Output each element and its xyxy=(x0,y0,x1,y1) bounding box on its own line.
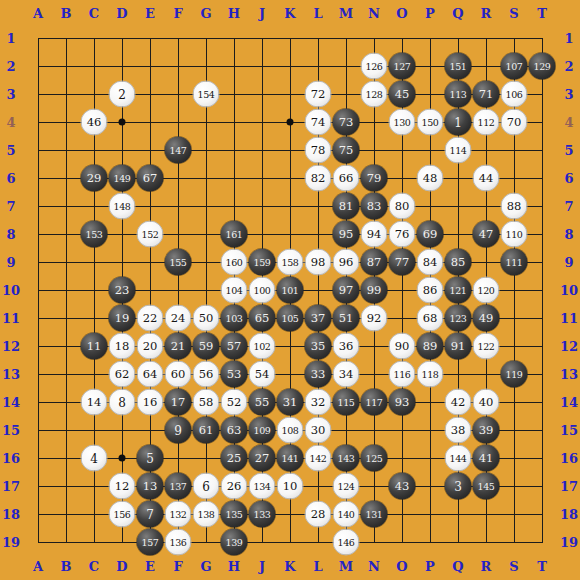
stone-number: 36 xyxy=(339,340,354,352)
stone-number: 78 xyxy=(311,144,326,156)
stone-M17[interactable]: 124 xyxy=(333,473,360,500)
stone-number: 53 xyxy=(227,368,242,380)
stone-number: 111 xyxy=(506,257,523,267)
stone-K10[interactable]: 101 xyxy=(277,277,304,304)
stone-N16[interactable]: 125 xyxy=(361,445,388,472)
stone-S4[interactable]: 70 xyxy=(501,109,528,136)
stone-L9[interactable]: 98 xyxy=(305,249,332,276)
stone-H9[interactable]: 160 xyxy=(221,249,248,276)
stone-Q11[interactable]: 123 xyxy=(445,305,472,332)
stone-M16[interactable]: 143 xyxy=(333,445,360,472)
stone-P13[interactable]: 118 xyxy=(417,361,444,388)
stone-Q4[interactable]: 1 xyxy=(445,109,472,136)
stone-H19[interactable]: 139 xyxy=(221,529,248,556)
stone-L5[interactable]: 78 xyxy=(305,137,332,164)
stone-number: 139 xyxy=(226,537,243,547)
coord-label-col-bottom: A xyxy=(33,560,43,573)
stone-N10[interactable]: 99 xyxy=(361,277,388,304)
stone-N9[interactable]: 87 xyxy=(361,249,388,276)
stone-P4[interactable]: 150 xyxy=(417,109,444,136)
stone-Q15[interactable]: 38 xyxy=(445,417,472,444)
coord-label-row-left: 4 xyxy=(6,116,15,129)
stone-number: 3 xyxy=(454,480,462,492)
stone-number: 40 xyxy=(479,396,494,408)
stone-E19[interactable]: 157 xyxy=(137,529,164,556)
stone-number: 73 xyxy=(339,116,354,128)
stone-N6[interactable]: 79 xyxy=(361,165,388,192)
stone-P10[interactable]: 86 xyxy=(417,277,444,304)
stone-number: 110 xyxy=(506,229,523,239)
stone-O14[interactable]: 93 xyxy=(389,389,416,416)
stone-number: 104 xyxy=(226,285,243,295)
stone-H10[interactable]: 104 xyxy=(221,277,248,304)
stone-D14[interactable]: 8 xyxy=(109,389,136,416)
stone-number: 94 xyxy=(367,228,382,240)
stone-J17[interactable]: 134 xyxy=(249,473,276,500)
stone-O4[interactable]: 130 xyxy=(389,109,416,136)
stone-L6[interactable]: 82 xyxy=(305,165,332,192)
stone-G15[interactable]: 61 xyxy=(193,417,220,444)
stone-number: 82 xyxy=(311,172,326,184)
coord-label-row-right: 18 xyxy=(560,508,578,521)
coord-label-row-left: 13 xyxy=(2,368,20,381)
stone-E6[interactable]: 67 xyxy=(137,165,164,192)
coord-label-col-bottom: N xyxy=(368,560,380,573)
stone-number: 161 xyxy=(226,229,243,239)
stone-number: 27 xyxy=(255,452,270,464)
stone-D11[interactable]: 19 xyxy=(109,305,136,332)
stone-P11[interactable]: 68 xyxy=(417,305,444,332)
stone-number: 14 xyxy=(87,396,102,408)
coord-label-col-top: T xyxy=(537,7,547,20)
stone-number: 143 xyxy=(338,453,355,463)
stone-R6[interactable]: 44 xyxy=(473,165,500,192)
stone-S3[interactable]: 106 xyxy=(501,81,528,108)
stone-number: 74 xyxy=(311,116,326,128)
coord-label-col-top: O xyxy=(396,7,407,20)
stone-number: 6 xyxy=(202,480,210,492)
coord-label-col-bottom: M xyxy=(339,560,353,573)
stone-number: 25 xyxy=(227,452,242,464)
stone-O2[interactable]: 127 xyxy=(389,53,416,80)
stone-number: 67 xyxy=(143,172,158,184)
stone-number: 103 xyxy=(226,313,243,323)
stone-number: 38 xyxy=(451,424,466,436)
stone-M6[interactable]: 66 xyxy=(333,165,360,192)
stone-number: 18 xyxy=(115,340,130,352)
stone-F19[interactable]: 136 xyxy=(165,529,192,556)
stone-Q12[interactable]: 91 xyxy=(445,333,472,360)
stone-R17[interactable]: 145 xyxy=(473,473,500,500)
stone-number: 153 xyxy=(86,229,103,239)
coord-label-col-top: P xyxy=(425,7,435,20)
stone-S7[interactable]: 88 xyxy=(501,193,528,220)
stone-G18[interactable]: 138 xyxy=(193,501,220,528)
stone-L16[interactable]: 142 xyxy=(305,445,332,472)
stone-F14[interactable]: 17 xyxy=(165,389,192,416)
stone-J11[interactable]: 65 xyxy=(249,305,276,332)
stone-number: 50 xyxy=(199,312,214,324)
coord-label-row-right: 2 xyxy=(564,60,573,73)
stone-number: 135 xyxy=(226,509,243,519)
coord-label-row-left: 12 xyxy=(2,340,20,353)
stone-E16[interactable]: 5 xyxy=(137,445,164,472)
grid-line-v xyxy=(178,38,179,543)
stone-K15[interactable]: 108 xyxy=(277,417,304,444)
stone-number: 90 xyxy=(395,340,410,352)
stone-number: 159 xyxy=(254,257,271,267)
coord-label-col-top: B xyxy=(61,7,72,20)
stone-number: 10 xyxy=(283,480,298,492)
stone-number: 66 xyxy=(339,172,354,184)
stone-C4[interactable]: 46 xyxy=(81,109,108,136)
coord-label-row-left: 16 xyxy=(2,452,20,465)
stone-N14[interactable]: 117 xyxy=(361,389,388,416)
coord-label-row-left: 19 xyxy=(2,536,20,549)
stone-Q5[interactable]: 114 xyxy=(445,137,472,164)
coord-label-row-right: 10 xyxy=(560,284,578,297)
stone-number: 72 xyxy=(311,88,326,100)
stone-J16[interactable]: 27 xyxy=(249,445,276,472)
stone-J18[interactable]: 133 xyxy=(249,501,276,528)
stone-Q10[interactable]: 121 xyxy=(445,277,472,304)
stone-number: 119 xyxy=(506,369,523,379)
stone-number: 140 xyxy=(338,509,355,519)
stone-H14[interactable]: 52 xyxy=(221,389,248,416)
coord-label-row-left: 10 xyxy=(2,284,20,297)
stone-number: 116 xyxy=(394,369,411,379)
stone-M19[interactable]: 146 xyxy=(333,529,360,556)
stone-F12[interactable]: 21 xyxy=(165,333,192,360)
coord-label-col-top: S xyxy=(509,7,518,20)
stone-number: 76 xyxy=(395,228,410,240)
stone-S9[interactable]: 111 xyxy=(501,249,528,276)
stone-number: 77 xyxy=(395,256,410,268)
stone-Q9[interactable]: 85 xyxy=(445,249,472,276)
stone-number: 136 xyxy=(170,537,187,547)
stone-E13[interactable]: 64 xyxy=(137,361,164,388)
stone-J9[interactable]: 159 xyxy=(249,249,276,276)
stone-K11[interactable]: 105 xyxy=(277,305,304,332)
stone-number: 61 xyxy=(199,424,214,436)
stone-H17[interactable]: 26 xyxy=(221,473,248,500)
stone-N18[interactable]: 131 xyxy=(361,501,388,528)
stone-S13[interactable]: 119 xyxy=(501,361,528,388)
stone-G12[interactable]: 59 xyxy=(193,333,220,360)
stone-M4[interactable]: 73 xyxy=(333,109,360,136)
stone-E18[interactable]: 7 xyxy=(137,501,164,528)
stone-number: 30 xyxy=(311,424,326,436)
stone-number: 99 xyxy=(367,284,382,296)
stone-number: 118 xyxy=(422,369,439,379)
stone-M18[interactable]: 140 xyxy=(333,501,360,528)
coord-label-row-left: 7 xyxy=(6,200,15,213)
coord-label-col-bottom: D xyxy=(116,560,127,573)
stone-J10[interactable]: 100 xyxy=(249,277,276,304)
stone-number: 138 xyxy=(198,509,215,519)
stone-L18[interactable]: 28 xyxy=(305,501,332,528)
stone-P12[interactable]: 89 xyxy=(417,333,444,360)
stone-number: 11 xyxy=(87,340,102,352)
stone-number: 141 xyxy=(282,453,299,463)
stone-number: 29 xyxy=(87,172,102,184)
stone-number: 125 xyxy=(366,453,383,463)
coord-label-row-right: 17 xyxy=(560,480,578,493)
stone-number: 16 xyxy=(143,396,158,408)
stone-J12[interactable]: 102 xyxy=(249,333,276,360)
stone-D18[interactable]: 156 xyxy=(109,501,136,528)
stone-F18[interactable]: 132 xyxy=(165,501,192,528)
stone-number: 71 xyxy=(479,88,494,100)
stone-F13[interactable]: 60 xyxy=(165,361,192,388)
stone-M13[interactable]: 34 xyxy=(333,361,360,388)
stone-Q3[interactable]: 113 xyxy=(445,81,472,108)
stone-number: 147 xyxy=(170,145,187,155)
stone-L12[interactable]: 35 xyxy=(305,333,332,360)
stone-E8[interactable]: 152 xyxy=(137,221,164,248)
stone-N2[interactable]: 126 xyxy=(361,53,388,80)
stone-H8[interactable]: 161 xyxy=(221,221,248,248)
stone-N8[interactable]: 94 xyxy=(361,221,388,248)
stone-H16[interactable]: 25 xyxy=(221,445,248,472)
stone-number: 109 xyxy=(254,425,271,435)
stone-S8[interactable]: 110 xyxy=(501,221,528,248)
coord-label-row-right: 1 xyxy=(564,32,573,45)
coord-label-row-right: 7 xyxy=(564,200,573,213)
stone-number: 83 xyxy=(367,200,382,212)
coord-label-col-bottom: G xyxy=(200,560,211,573)
stone-number: 68 xyxy=(423,312,438,324)
stone-F9[interactable]: 155 xyxy=(165,249,192,276)
stone-R3[interactable]: 71 xyxy=(473,81,500,108)
coord-label-row-left: 6 xyxy=(6,172,15,185)
stone-R4[interactable]: 112 xyxy=(473,109,500,136)
coord-label-col-bottom: S xyxy=(509,560,518,573)
stone-M8[interactable]: 95 xyxy=(333,221,360,248)
stone-number: 55 xyxy=(255,396,270,408)
stone-L3[interactable]: 72 xyxy=(305,81,332,108)
stone-O9[interactable]: 77 xyxy=(389,249,416,276)
stone-D13[interactable]: 62 xyxy=(109,361,136,388)
stone-F15[interactable]: 9 xyxy=(165,417,192,444)
stone-R10[interactable]: 120 xyxy=(473,277,500,304)
stone-F11[interactable]: 24 xyxy=(165,305,192,332)
coord-label-col-top: G xyxy=(200,7,211,20)
stone-D12[interactable]: 18 xyxy=(109,333,136,360)
stone-number: 131 xyxy=(366,509,383,519)
stone-number: 44 xyxy=(479,172,494,184)
stone-J14[interactable]: 55 xyxy=(249,389,276,416)
coord-label-col-bottom: H xyxy=(228,560,240,573)
stone-Q2[interactable]: 151 xyxy=(445,53,472,80)
stone-number: 56 xyxy=(199,368,214,380)
stone-E12[interactable]: 20 xyxy=(137,333,164,360)
stone-N11[interactable]: 92 xyxy=(361,305,388,332)
coord-label-col-bottom: T xyxy=(537,560,547,573)
stone-K9[interactable]: 158 xyxy=(277,249,304,276)
stone-M7[interactable]: 81 xyxy=(333,193,360,220)
stone-T2[interactable]: 129 xyxy=(529,53,556,80)
stone-O3[interactable]: 45 xyxy=(389,81,416,108)
coord-label-col-bottom: P xyxy=(425,560,435,573)
stone-D10[interactable]: 23 xyxy=(109,277,136,304)
stone-H11[interactable]: 103 xyxy=(221,305,248,332)
stone-number: 63 xyxy=(227,424,242,436)
stone-number: 92 xyxy=(367,312,382,324)
coord-label-col-bottom: L xyxy=(313,560,322,573)
stone-L11[interactable]: 37 xyxy=(305,305,332,332)
stone-M5[interactable]: 75 xyxy=(333,137,360,164)
stone-G13[interactable]: 56 xyxy=(193,361,220,388)
stone-M14[interactable]: 115 xyxy=(333,389,360,416)
stone-number: 47 xyxy=(479,228,494,240)
stone-C6[interactable]: 29 xyxy=(81,165,108,192)
stone-L13[interactable]: 33 xyxy=(305,361,332,388)
grid-line-h xyxy=(38,234,543,235)
coord-label-col-top: D xyxy=(116,7,127,20)
stone-number: 48 xyxy=(423,172,438,184)
stone-number: 97 xyxy=(339,284,354,296)
coord-label-row-left: 18 xyxy=(2,508,20,521)
star-point xyxy=(119,119,126,126)
stone-number: 106 xyxy=(506,89,523,99)
coord-label-row-left: 17 xyxy=(2,480,20,493)
stone-number: 85 xyxy=(451,256,466,268)
stone-number: 130 xyxy=(394,117,411,127)
stone-number: 124 xyxy=(338,481,355,491)
stone-G14[interactable]: 58 xyxy=(193,389,220,416)
stone-number: 21 xyxy=(171,340,186,352)
stone-K14[interactable]: 31 xyxy=(277,389,304,416)
coord-label-row-left: 3 xyxy=(6,88,15,101)
stone-K16[interactable]: 141 xyxy=(277,445,304,472)
stone-H12[interactable]: 57 xyxy=(221,333,248,360)
stone-number: 2 xyxy=(118,88,126,100)
stone-D3[interactable]: 2 xyxy=(109,81,136,108)
stone-number: 7 xyxy=(146,508,154,520)
stone-C14[interactable]: 14 xyxy=(81,389,108,416)
stone-number: 151 xyxy=(450,61,467,71)
stone-number: 114 xyxy=(450,145,467,155)
stone-Q16[interactable]: 144 xyxy=(445,445,472,472)
stone-O8[interactable]: 76 xyxy=(389,221,416,248)
grid-line-v xyxy=(542,38,543,543)
stone-Q14[interactable]: 42 xyxy=(445,389,472,416)
stone-R12[interactable]: 122 xyxy=(473,333,500,360)
stone-Q17[interactable]: 3 xyxy=(445,473,472,500)
stone-J13[interactable]: 54 xyxy=(249,361,276,388)
stone-number: 20 xyxy=(143,340,158,352)
stone-number: 13 xyxy=(143,480,158,492)
stone-H13[interactable]: 53 xyxy=(221,361,248,388)
coord-label-col-bottom: F xyxy=(173,560,182,573)
stone-M12[interactable]: 36 xyxy=(333,333,360,360)
stone-P6[interactable]: 48 xyxy=(417,165,444,192)
stone-J15[interactable]: 109 xyxy=(249,417,276,444)
stone-R8[interactable]: 47 xyxy=(473,221,500,248)
stone-O7[interactable]: 80 xyxy=(389,193,416,220)
stone-number: 81 xyxy=(339,200,354,212)
stone-L4[interactable]: 74 xyxy=(305,109,332,136)
stone-G3[interactable]: 154 xyxy=(193,81,220,108)
coord-label-col-bottom: E xyxy=(145,560,155,573)
stone-number: 57 xyxy=(227,340,242,352)
stone-G17[interactable]: 6 xyxy=(193,473,220,500)
stone-R14[interactable]: 40 xyxy=(473,389,500,416)
coord-label-row-left: 9 xyxy=(6,256,15,269)
stone-O13[interactable]: 116 xyxy=(389,361,416,388)
stone-O17[interactable]: 43 xyxy=(389,473,416,500)
stone-number: 41 xyxy=(479,452,494,464)
stone-C12[interactable]: 11 xyxy=(81,333,108,360)
stone-D17[interactable]: 12 xyxy=(109,473,136,500)
stone-number: 115 xyxy=(338,397,355,407)
stone-L15[interactable]: 30 xyxy=(305,417,332,444)
coord-label-row-left: 2 xyxy=(6,60,15,73)
stone-number: 154 xyxy=(198,89,215,99)
stone-number: 157 xyxy=(142,537,159,547)
stone-R11[interactable]: 49 xyxy=(473,305,500,332)
stone-N7[interactable]: 83 xyxy=(361,193,388,220)
stone-number: 156 xyxy=(114,509,131,519)
stone-number: 31 xyxy=(283,396,298,408)
stone-N3[interactable]: 128 xyxy=(361,81,388,108)
stone-number: 24 xyxy=(171,312,186,324)
stone-L14[interactable]: 32 xyxy=(305,389,332,416)
stone-D7[interactable]: 148 xyxy=(109,193,136,220)
stone-number: 108 xyxy=(282,425,299,435)
stone-number: 22 xyxy=(143,312,158,324)
stone-number: 150 xyxy=(422,117,439,127)
stone-number: 91 xyxy=(451,340,466,352)
stone-G11[interactable]: 50 xyxy=(193,305,220,332)
stone-number: 149 xyxy=(114,173,131,183)
stone-M10[interactable]: 97 xyxy=(333,277,360,304)
stone-number: 158 xyxy=(282,257,299,267)
stone-S2[interactable]: 107 xyxy=(501,53,528,80)
stone-C8[interactable]: 153 xyxy=(81,221,108,248)
stone-H15[interactable]: 63 xyxy=(221,417,248,444)
stone-number: 8 xyxy=(118,396,126,408)
stone-number: 146 xyxy=(338,537,355,547)
stone-M11[interactable]: 51 xyxy=(333,305,360,332)
grid-line-v xyxy=(38,38,39,543)
stone-R16[interactable]: 41 xyxy=(473,445,500,472)
stone-O12[interactable]: 90 xyxy=(389,333,416,360)
coord-label-col-bottom: R xyxy=(481,560,492,573)
stone-E17[interactable]: 13 xyxy=(137,473,164,500)
stone-number: 64 xyxy=(143,368,158,380)
stone-E11[interactable]: 22 xyxy=(137,305,164,332)
coord-label-row-right: 9 xyxy=(564,256,573,269)
stone-number: 70 xyxy=(507,116,522,128)
stone-C16[interactable]: 4 xyxy=(81,445,108,472)
stone-E14[interactable]: 16 xyxy=(137,389,164,416)
stone-H18[interactable]: 135 xyxy=(221,501,248,528)
stone-R15[interactable]: 39 xyxy=(473,417,500,444)
star-point xyxy=(287,119,294,126)
stone-P8[interactable]: 69 xyxy=(417,221,444,248)
stone-M9[interactable]: 96 xyxy=(333,249,360,276)
stone-number: 5 xyxy=(146,452,154,464)
stone-number: 128 xyxy=(366,89,383,99)
stone-F5[interactable]: 147 xyxy=(165,137,192,164)
stone-F17[interactable]: 137 xyxy=(165,473,192,500)
stone-K17[interactable]: 10 xyxy=(277,473,304,500)
stone-P9[interactable]: 84 xyxy=(417,249,444,276)
coord-label-col-top: K xyxy=(284,7,295,20)
stone-D6[interactable]: 149 xyxy=(109,165,136,192)
